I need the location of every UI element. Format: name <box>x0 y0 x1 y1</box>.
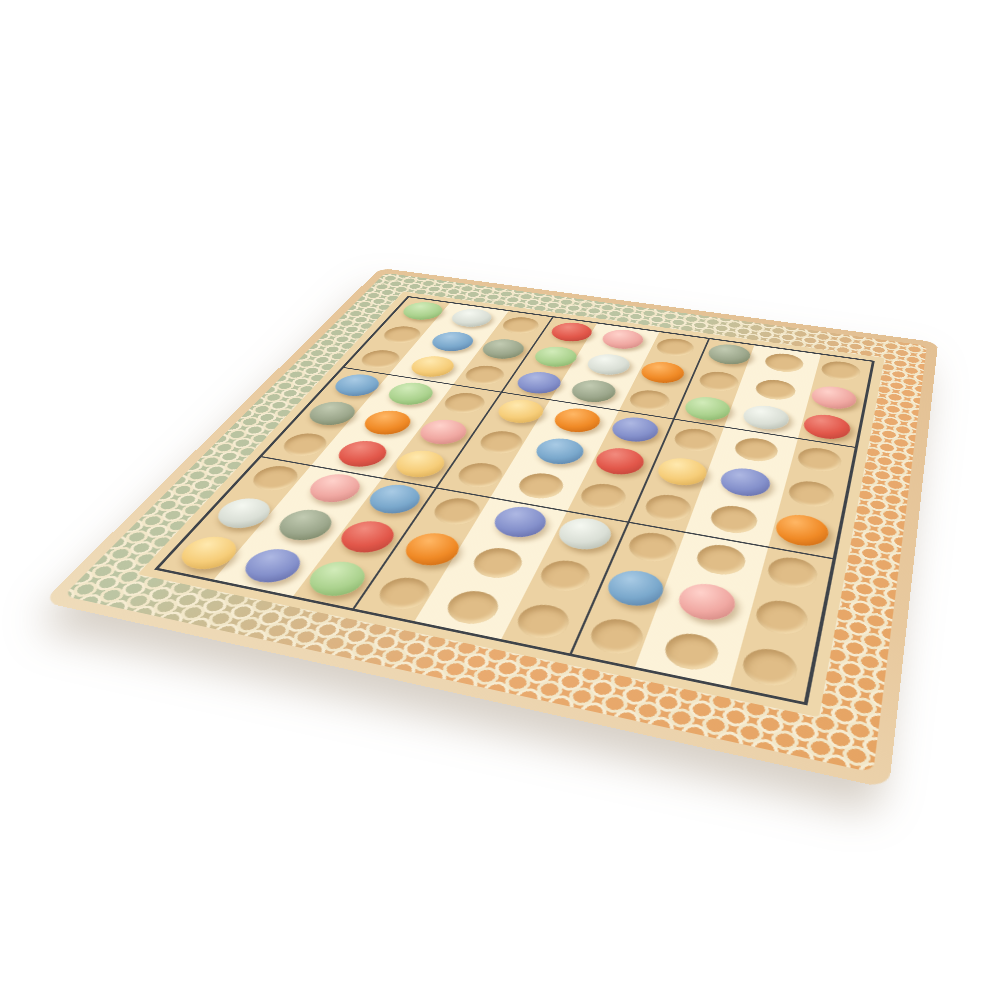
ball-coral-red[interactable] <box>801 412 852 442</box>
dimple <box>440 587 504 628</box>
dimple <box>671 426 720 454</box>
product-photo-scene <box>0 0 1001 1001</box>
ball-off-white-gray[interactable] <box>583 352 634 377</box>
ball-orange[interactable] <box>772 512 831 550</box>
dimple <box>661 629 723 673</box>
dimple <box>707 503 760 537</box>
ball-periwinkle-violet[interactable] <box>717 465 774 499</box>
ball-pastel-yellow[interactable] <box>405 354 460 380</box>
ball-pastel-yellow[interactable] <box>389 448 452 481</box>
dimple <box>379 324 426 345</box>
sudoku-board <box>42 268 938 789</box>
ball-orange[interactable] <box>357 408 417 438</box>
ball-sage-gray-green[interactable] <box>477 337 529 361</box>
ball-light-green[interactable] <box>681 394 734 423</box>
ball-off-white-gray[interactable] <box>446 307 497 329</box>
dimple <box>467 545 528 582</box>
dimple <box>371 574 436 613</box>
dimple <box>641 492 695 525</box>
dimple <box>763 352 806 375</box>
ball-salmon-pink[interactable] <box>674 580 740 625</box>
ball-sky-blue[interactable] <box>530 435 589 467</box>
ball-periwinkle-violet[interactable] <box>511 369 565 396</box>
ball-off-white-gray[interactable] <box>553 515 617 554</box>
dimple <box>654 337 698 359</box>
ball-salmon-pink[interactable] <box>301 471 367 506</box>
ball-sky-blue[interactable] <box>328 372 386 399</box>
ball-coral-red[interactable] <box>591 445 649 478</box>
dimple <box>753 377 798 401</box>
dimple <box>739 644 800 690</box>
ball-pastel-yellow[interactable] <box>653 455 710 489</box>
ball-sage-gray-green[interactable] <box>567 378 621 405</box>
ball-sage-gray-green[interactable] <box>302 399 362 428</box>
ball-off-white-gray[interactable] <box>740 403 792 432</box>
dimple <box>277 431 334 459</box>
ball-orange[interactable] <box>549 405 605 434</box>
ball-light-green[interactable] <box>397 300 448 322</box>
dimple <box>513 471 568 502</box>
ball-sage-gray-green[interactable] <box>705 342 754 367</box>
dimple <box>624 529 681 565</box>
ball-periwinkle-violet[interactable] <box>608 414 664 444</box>
dimple <box>819 359 861 382</box>
dimple <box>752 597 810 638</box>
ball-light-green[interactable] <box>382 380 439 408</box>
dimple <box>512 601 576 643</box>
dimple <box>693 541 749 578</box>
dimple <box>576 481 630 513</box>
dimple <box>498 315 543 335</box>
dimple <box>439 390 490 415</box>
dimple <box>732 435 781 463</box>
dimple <box>764 554 819 592</box>
ball-salmon-pink[interactable] <box>413 417 473 447</box>
ball-light-green[interactable] <box>300 557 373 600</box>
ball-sky-blue[interactable] <box>602 567 669 611</box>
ball-salmon-pink[interactable] <box>598 328 647 352</box>
ball-pastel-yellow[interactable] <box>492 397 549 426</box>
dimple <box>535 557 595 595</box>
dimple <box>585 615 648 658</box>
ball-sky-blue[interactable] <box>426 330 479 354</box>
dimple <box>452 460 507 490</box>
ball-coral-red[interactable] <box>546 321 596 344</box>
ball-orange[interactable] <box>637 359 688 385</box>
dimple <box>786 478 836 510</box>
ball-salmon-pink[interactable] <box>809 384 858 412</box>
ball-sky-blue[interactable] <box>362 481 428 517</box>
dimple <box>246 463 306 493</box>
dimple <box>696 369 741 393</box>
ball-periwinkle-violet[interactable] <box>488 503 553 541</box>
dimple <box>460 364 509 387</box>
sudoku-grid <box>154 296 875 705</box>
dimple <box>626 388 674 413</box>
dimple <box>356 348 405 370</box>
dimple <box>795 445 843 474</box>
dimple <box>474 428 527 456</box>
ball-coral-red[interactable] <box>330 438 393 470</box>
ball-coral-red[interactable] <box>332 518 401 557</box>
ball-light-green[interactable] <box>529 344 581 369</box>
dimple <box>427 495 485 528</box>
ball-orange[interactable] <box>397 530 466 570</box>
